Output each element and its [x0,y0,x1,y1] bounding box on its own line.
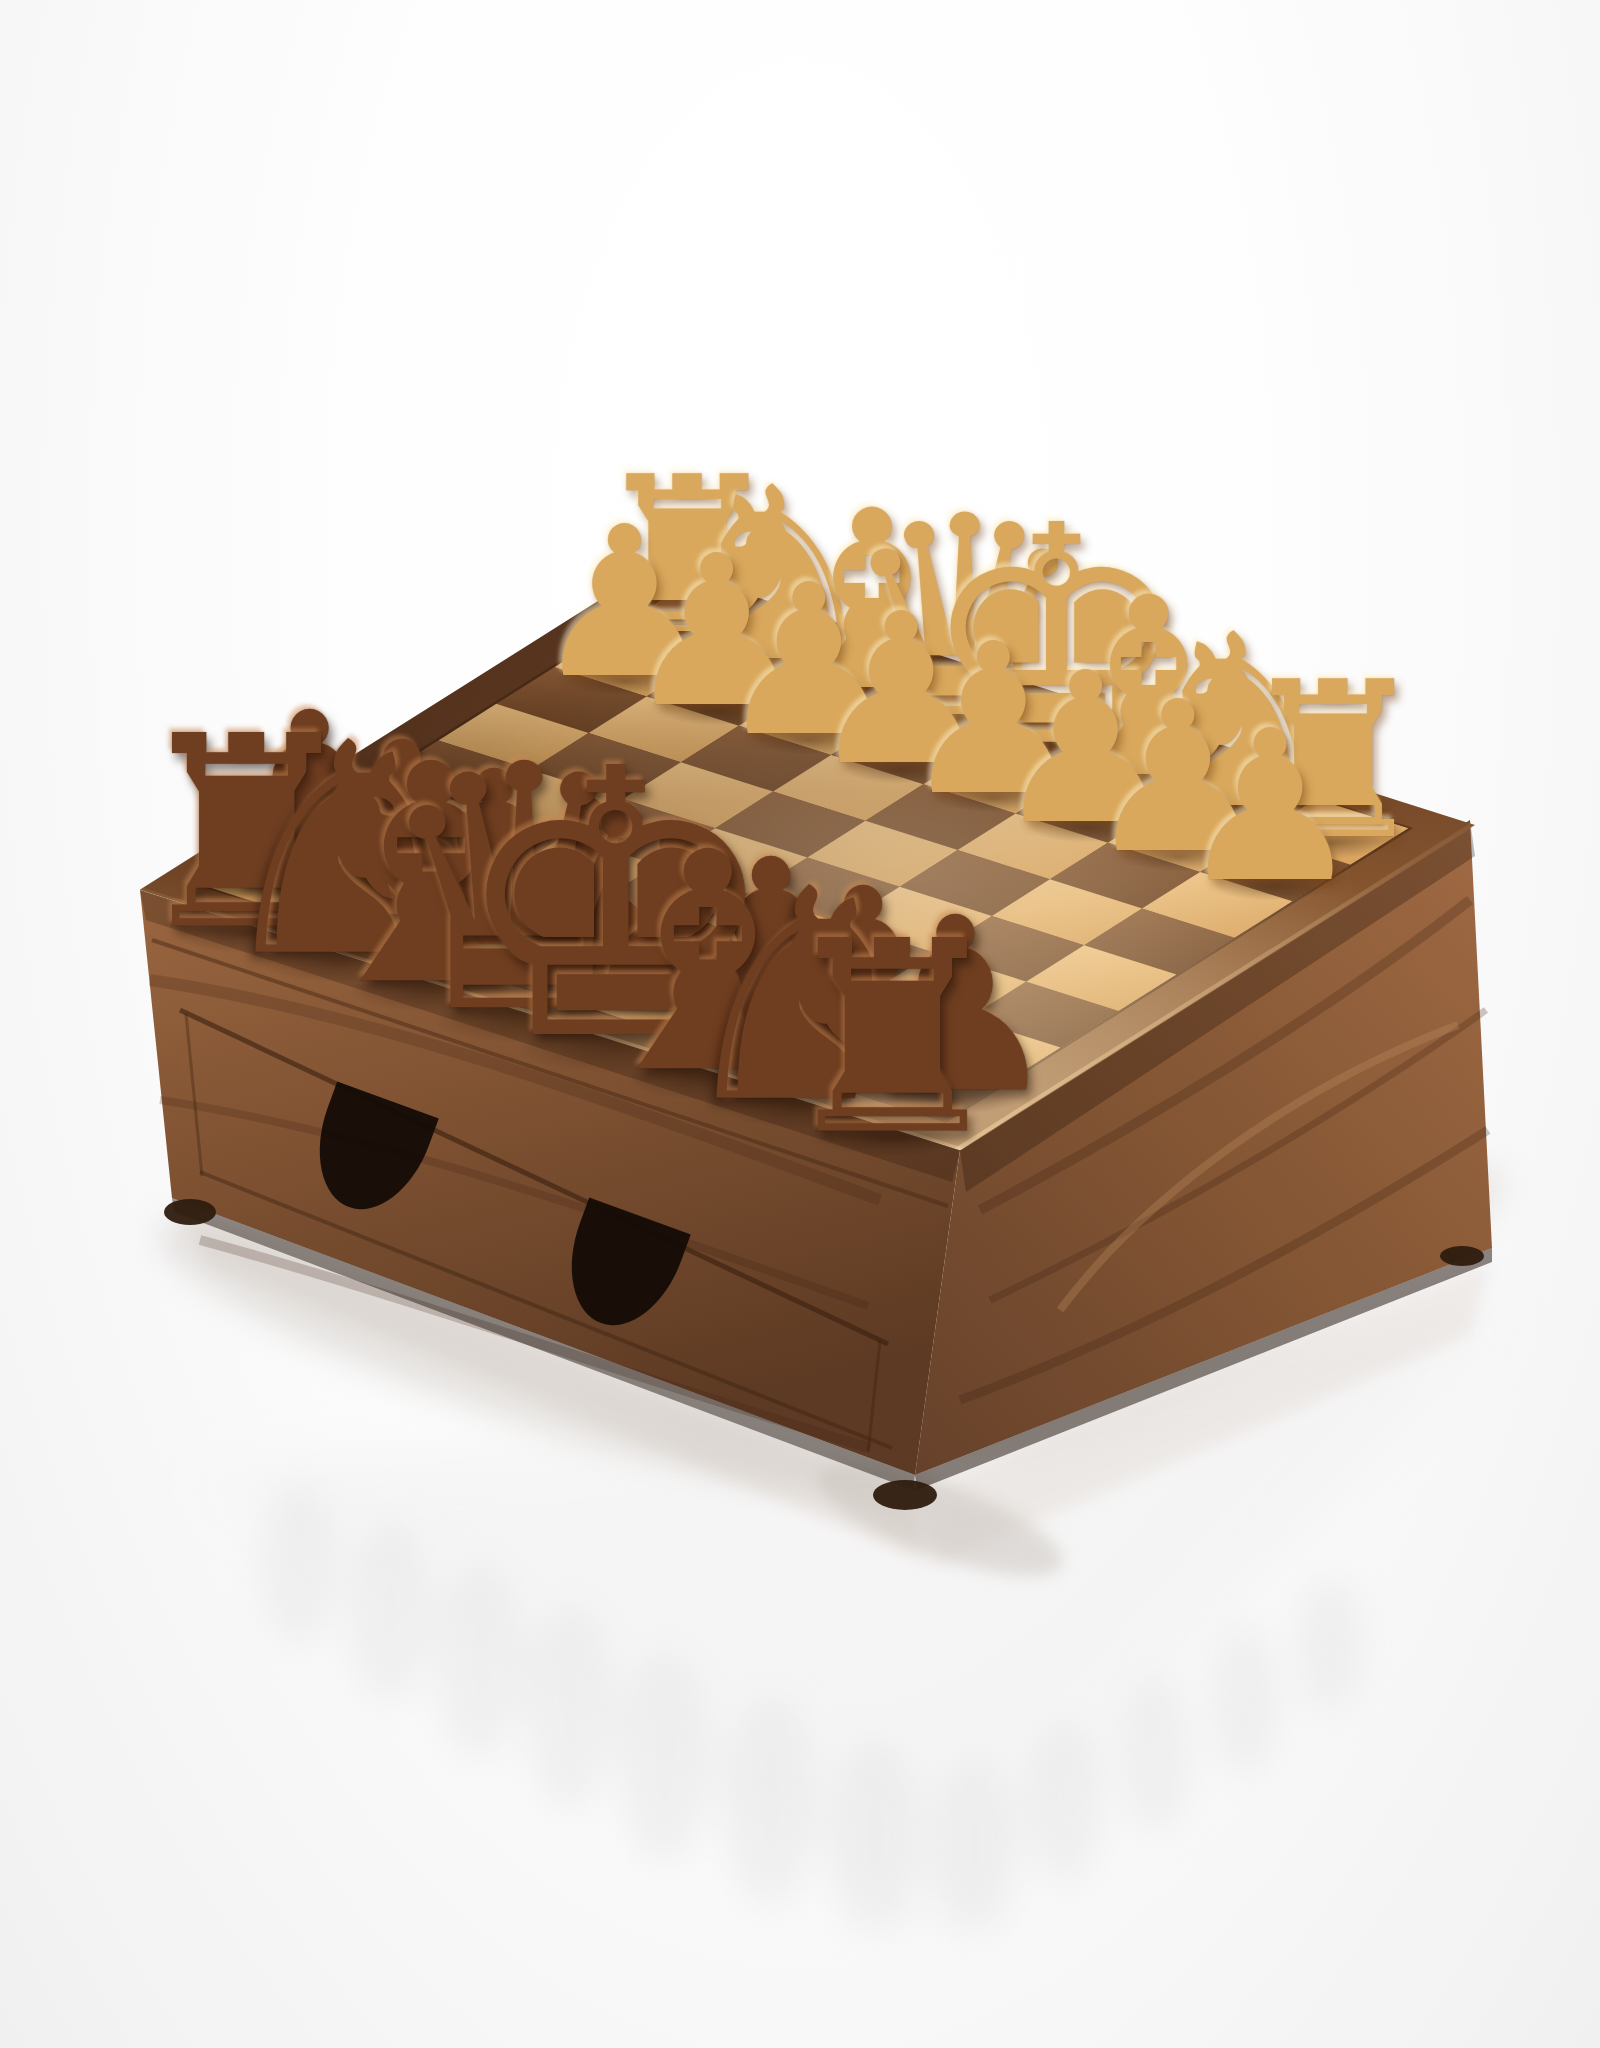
pieces-layer: ♜♞♝♛♚♝♞♜♟♟♟♟♟♟♟♟♟♟♟♟♟♟♟♟♜♞♝♛♚♝♞♜ [0,0,1600,2048]
product-photo-scene: ♜♞♝♛♚♝♞♜♟♟♟♟♟♟♟♟♟♟♟♟♟♟♟♟♜♞♝♛♚♝♞♜ [0,0,1600,2048]
piece-light-pawn: ♟ [1177,703,1363,911]
piece-dark-rook: ♜ [774,906,1011,1171]
